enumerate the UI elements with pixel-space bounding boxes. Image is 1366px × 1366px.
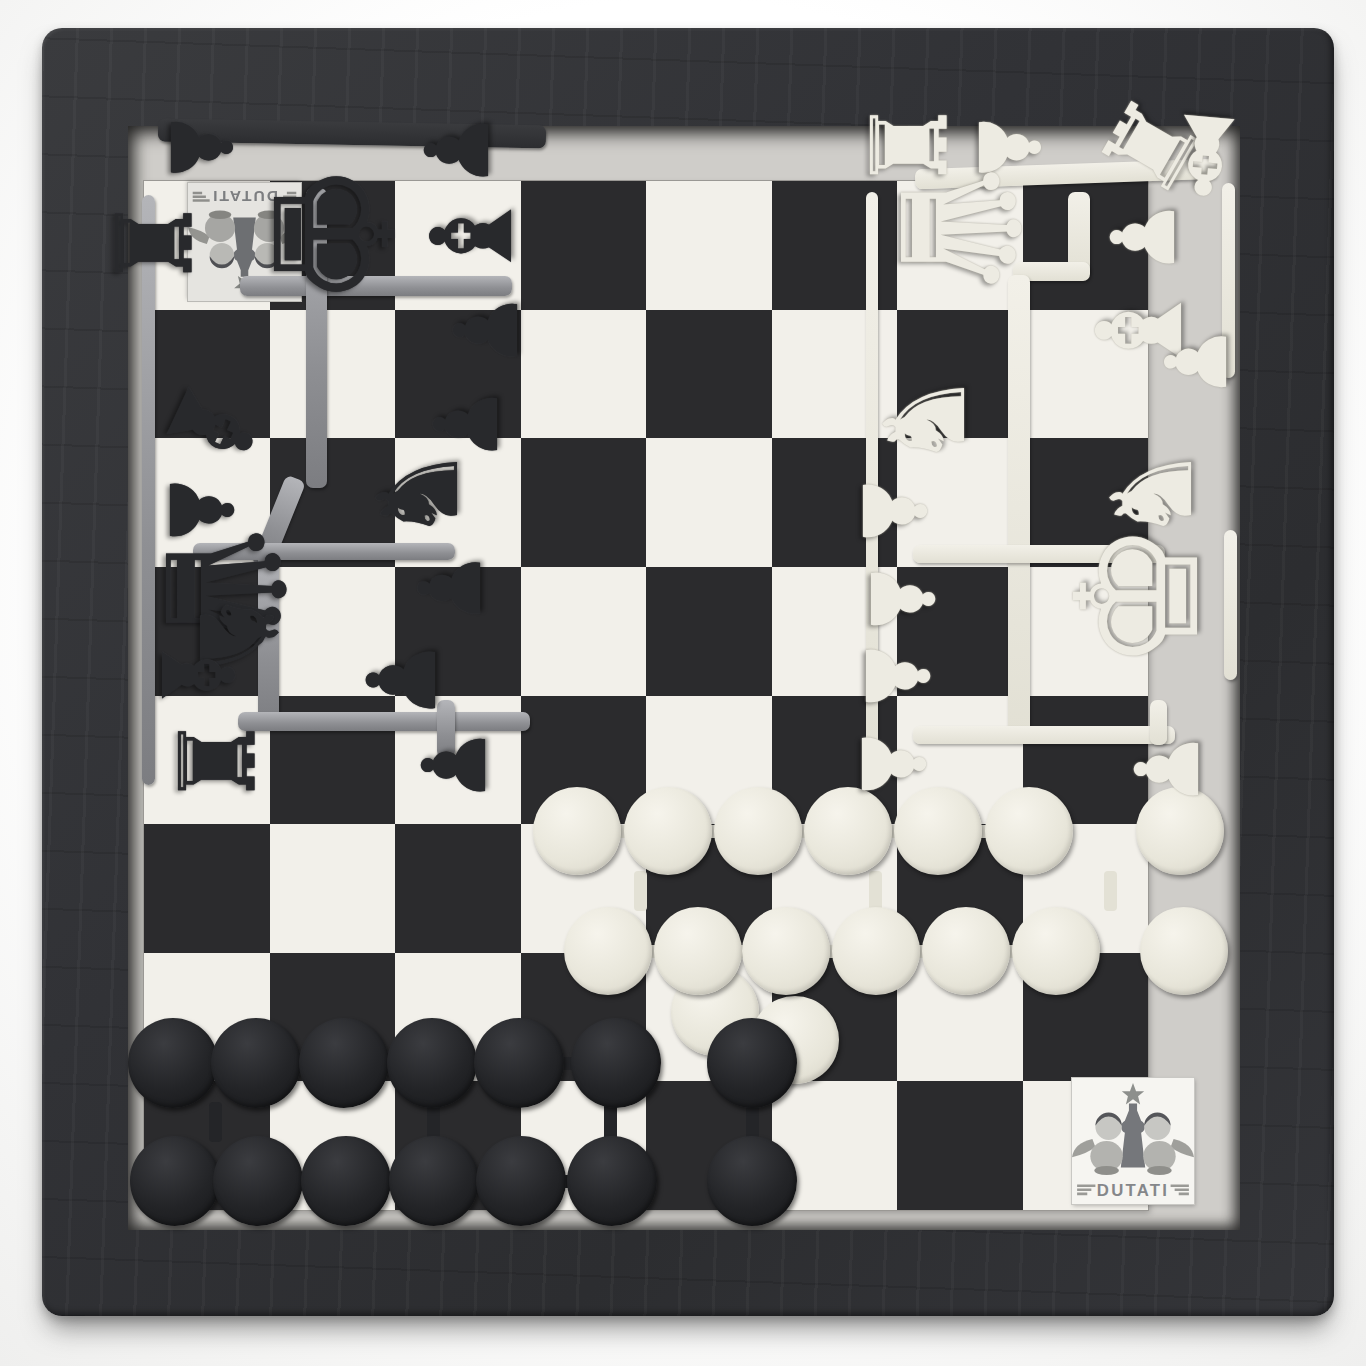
board-square [897, 181, 1023, 310]
baby-foot [209, 210, 232, 218]
board-square [897, 824, 1023, 953]
board-square [270, 1081, 396, 1210]
board-square [772, 181, 898, 310]
board-square [521, 310, 647, 439]
board-square [270, 953, 396, 1082]
product-photo: DUTATI DUTATI ♟♟♜♚♝♟♝♟♞♟♛♟♞♝♟♜♟♜♟♜♝♛♟♝♟♞… [0, 0, 1366, 1366]
board-square [395, 181, 521, 310]
brand-logo: DUTATI [188, 183, 301, 301]
star-icon [234, 276, 255, 296]
checkerboard [144, 181, 1148, 1210]
board-square [772, 1081, 898, 1210]
board-square [395, 824, 521, 953]
board-square [646, 824, 772, 953]
board-square [395, 310, 521, 439]
board-square [772, 567, 898, 696]
board-square [1023, 824, 1149, 953]
board-square [646, 1081, 772, 1210]
board-square [144, 567, 270, 696]
board-square [646, 567, 772, 696]
board-square [521, 438, 647, 567]
wing-icon [193, 193, 210, 201]
brand-logo: DUTATI [1072, 1078, 1194, 1204]
baby-foot [1094, 1166, 1118, 1175]
board-square [772, 310, 898, 439]
brand-label-top-left: DUTATI [188, 183, 301, 301]
board-square [144, 824, 270, 953]
board-square [395, 438, 521, 567]
chess-king-icon [233, 218, 256, 277]
board-square [395, 567, 521, 696]
board-square [270, 310, 396, 439]
board-square [270, 438, 396, 567]
board-square [1023, 310, 1149, 439]
board-square [772, 953, 898, 1082]
board-square [395, 696, 521, 825]
brand-label-bottom-right: DUTATI [1072, 1078, 1194, 1204]
baby-foot [1147, 1166, 1171, 1175]
board-square [144, 1081, 270, 1210]
board-square [646, 181, 772, 310]
board-square [521, 953, 647, 1082]
board-square [521, 824, 647, 953]
board-square [772, 824, 898, 953]
board-square [1023, 438, 1149, 567]
board-square [521, 567, 647, 696]
board-square [897, 1081, 1023, 1210]
board-square [646, 696, 772, 825]
board-square [144, 310, 270, 439]
star-icon [1122, 1083, 1144, 1104]
board-square [521, 1081, 647, 1210]
wing-icon [1171, 1186, 1189, 1194]
board-square [144, 696, 270, 825]
board-square [270, 567, 396, 696]
board-square [646, 310, 772, 439]
board-square [646, 953, 772, 1082]
board-square [772, 696, 898, 825]
board-square [772, 438, 898, 567]
board-square [144, 438, 270, 567]
board-square [897, 953, 1023, 1082]
board-square [270, 696, 396, 825]
board-square [897, 567, 1023, 696]
brand-wordmark: DUTATI [1097, 1181, 1169, 1200]
board-square [270, 824, 396, 953]
board-square [1023, 181, 1149, 310]
baby-foot [258, 210, 281, 218]
board-square [521, 696, 647, 825]
board-square [897, 438, 1023, 567]
board-square [395, 953, 521, 1082]
board-square [1023, 696, 1149, 825]
chess-king-icon [1121, 1103, 1145, 1167]
brand-wordmark: DUTATI [211, 188, 278, 205]
board-square [521, 181, 647, 310]
wing-icon [279, 193, 296, 201]
board-square [897, 310, 1023, 439]
board-square [1023, 567, 1149, 696]
board-square [646, 438, 772, 567]
board-square [897, 696, 1023, 825]
board-square [1023, 953, 1149, 1082]
wing-icon [1077, 1186, 1095, 1194]
board-square [395, 1081, 521, 1210]
board-square [144, 953, 270, 1082]
